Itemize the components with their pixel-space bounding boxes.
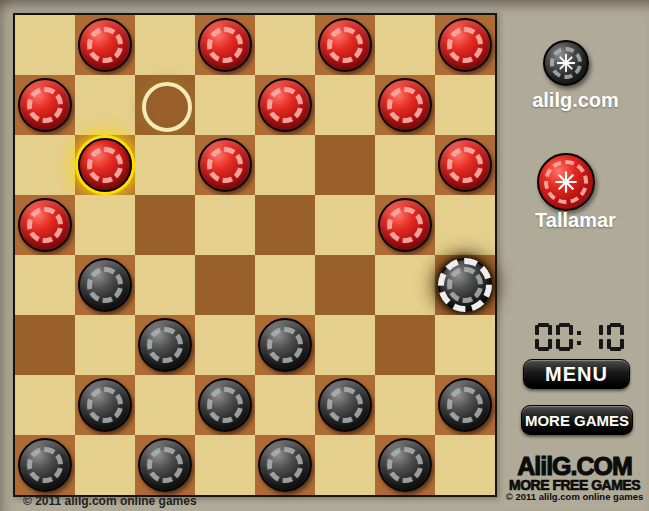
timer-digit: [535, 323, 552, 351]
square-c4: [135, 255, 195, 315]
red-piece[interactable]: [318, 18, 372, 72]
square-f5: [315, 195, 375, 255]
red-piece[interactable]: [18, 198, 72, 252]
square-b1: [75, 435, 135, 495]
square-a3[interactable]: [15, 315, 75, 375]
piece-ring: [207, 147, 243, 183]
piece-ring: [87, 147, 123, 183]
square-c2: [135, 375, 195, 435]
square-b4[interactable]: [75, 255, 135, 315]
star-icon: [553, 169, 579, 195]
square-g7[interactable]: [375, 75, 435, 135]
black-piece[interactable]: [378, 438, 432, 492]
piece-ring: [147, 327, 183, 363]
piece-ring: [327, 27, 363, 63]
white-rim-marks: [438, 258, 492, 312]
red-piece[interactable]: [78, 18, 132, 72]
timer-display: [531, 323, 627, 351]
square-b6[interactable]: [75, 135, 135, 195]
red-piece[interactable]: [258, 78, 312, 132]
square-e6: [255, 135, 315, 195]
square-c6: [135, 135, 195, 195]
square-f7: [315, 75, 375, 135]
square-e4: [255, 255, 315, 315]
square-c1[interactable]: [135, 435, 195, 495]
square-c8: [135, 15, 195, 75]
square-d1: [195, 435, 255, 495]
square-h5: [435, 195, 495, 255]
square-d7: [195, 75, 255, 135]
square-b2[interactable]: [75, 375, 135, 435]
square-e5[interactable]: [255, 195, 315, 255]
black-piece[interactable]: [78, 258, 132, 312]
red-piece[interactable]: [18, 78, 72, 132]
square-d6[interactable]: [195, 135, 255, 195]
square-e7[interactable]: [255, 75, 315, 135]
square-a5[interactable]: [15, 195, 75, 255]
black-piece-highlighted[interactable]: [438, 258, 492, 312]
square-f2[interactable]: [315, 375, 375, 435]
black-piece[interactable]: [78, 378, 132, 432]
black-piece[interactable]: [198, 378, 252, 432]
square-d4[interactable]: [195, 255, 255, 315]
square-g4: [375, 255, 435, 315]
piece-ring: [27, 207, 63, 243]
square-a7[interactable]: [15, 75, 75, 135]
black-piece[interactable]: [138, 318, 192, 372]
black-piece[interactable]: [138, 438, 192, 492]
square-a6: [15, 135, 75, 195]
player-piece-icon-black: [543, 40, 589, 86]
piece-ring: [327, 387, 363, 423]
square-e8: [255, 15, 315, 75]
square-g5[interactable]: [375, 195, 435, 255]
piece-ring: [27, 87, 63, 123]
square-d3: [195, 315, 255, 375]
square-h4[interactable]: [435, 255, 495, 315]
square-h3: [435, 315, 495, 375]
piece-ring: [387, 87, 423, 123]
square-e3[interactable]: [255, 315, 315, 375]
red-piece[interactable]: [198, 18, 252, 72]
square-a4: [15, 255, 75, 315]
square-a2: [15, 375, 75, 435]
piece-ring: [447, 147, 483, 183]
timer-digit: [586, 323, 603, 351]
square-g8: [375, 15, 435, 75]
square-f8[interactable]: [315, 15, 375, 75]
piece-ring: [87, 27, 123, 63]
square-g6: [375, 135, 435, 195]
piece-ring: [147, 447, 183, 483]
square-h2[interactable]: [435, 375, 495, 435]
piece-ring: [267, 87, 303, 123]
square-g2: [375, 375, 435, 435]
copyright-text: © 2011 alilg.com online games: [23, 494, 197, 508]
timer-digit: [607, 323, 624, 351]
square-a8: [15, 15, 75, 75]
black-piece[interactable]: [438, 378, 492, 432]
black-piece[interactable]: [258, 438, 312, 492]
square-h8[interactable]: [435, 15, 495, 75]
square-b5: [75, 195, 135, 255]
square-f1: [315, 435, 375, 495]
square-f6[interactable]: [315, 135, 375, 195]
move-target-circle[interactable]: [142, 82, 192, 132]
red-piece[interactable]: [378, 198, 432, 252]
piece-ring: [447, 27, 483, 63]
board: [13, 13, 497, 497]
timer-digit: [556, 323, 573, 351]
square-e1[interactable]: [255, 435, 315, 495]
square-d8[interactable]: [195, 15, 255, 75]
red-piece[interactable]: [378, 78, 432, 132]
square-b8[interactable]: [75, 15, 135, 75]
player-piece-icon-red: [537, 153, 595, 211]
player-name-black: alilg.com: [502, 89, 649, 112]
game-window: alilg.com Tallamar MENU MORE GAMES AlilG…: [0, 0, 649, 511]
menu-button[interactable]: MENU: [523, 359, 630, 389]
square-c7[interactable]: [135, 75, 195, 135]
square-g1[interactable]: [375, 435, 435, 495]
square-e2: [255, 375, 315, 435]
square-h6[interactable]: [435, 135, 495, 195]
piece-ring: [267, 327, 303, 363]
square-f4[interactable]: [315, 255, 375, 315]
piece-ring: [387, 207, 423, 243]
black-piece[interactable]: [318, 378, 372, 432]
square-g3[interactable]: [375, 315, 435, 375]
piece-ring: [207, 387, 243, 423]
square-d5: [195, 195, 255, 255]
square-d2[interactable]: [195, 375, 255, 435]
square-a1[interactable]: [15, 435, 75, 495]
player-name-red: Tallamar: [502, 209, 649, 232]
square-f3: [315, 315, 375, 375]
piece-ring: [87, 267, 123, 303]
red-piece[interactable]: [198, 138, 252, 192]
more-games-button[interactable]: MORE GAMES: [521, 405, 633, 435]
black-piece[interactable]: [258, 318, 312, 372]
square-h1: [435, 435, 495, 495]
square-h7: [435, 75, 495, 135]
square-c5[interactable]: [135, 195, 195, 255]
square-b3: [75, 315, 135, 375]
star-icon: [555, 52, 577, 74]
red-piece[interactable]: [438, 18, 492, 72]
red-piece[interactable]: [438, 138, 492, 192]
red-piece-selected[interactable]: [78, 138, 132, 192]
piece-ring: [267, 447, 303, 483]
piece-ring: [87, 387, 123, 423]
brand-copyright: © 2011 alilg.com online games: [500, 491, 649, 502]
square-b7: [75, 75, 135, 135]
piece-ring: [27, 447, 63, 483]
piece-ring: [447, 387, 483, 423]
timer-colon: [576, 323, 583, 351]
piece-ring: [207, 27, 243, 63]
piece-ring: [387, 447, 423, 483]
square-c3[interactable]: [135, 315, 195, 375]
black-piece[interactable]: [18, 438, 72, 492]
